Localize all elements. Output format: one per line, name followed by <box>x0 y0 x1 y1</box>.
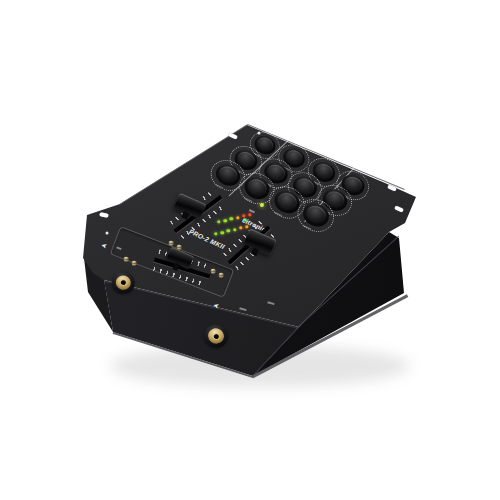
phillips-screw <box>124 257 129 262</box>
phillips-screw <box>211 269 216 274</box>
mounting-hole <box>258 132 261 135</box>
dj-mixer-product-photo: citronic PRO-2 MKII ➤➤ <box>0 0 500 500</box>
mounting-hole <box>106 232 109 235</box>
phillips-screw <box>132 261 137 266</box>
phillips-screw <box>169 241 174 246</box>
phillips-screw <box>177 245 182 250</box>
mixer-top-panel <box>0 0 500 500</box>
phillips-screw <box>219 273 224 278</box>
